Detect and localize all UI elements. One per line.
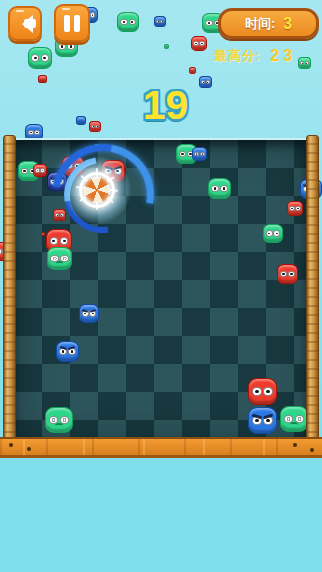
jelly-blue[interactable] bbox=[79, 304, 99, 323]
back-button[interactable] bbox=[8, 6, 42, 41]
high-score-value: 23 bbox=[270, 47, 296, 65]
jelly-red[interactable] bbox=[33, 164, 47, 177]
nail bbox=[9, 443, 13, 447]
jelly-green[interactable] bbox=[94, 144, 100, 150]
nail bbox=[310, 448, 314, 452]
jelly-green[interactable] bbox=[263, 224, 283, 243]
time-panel: 时间: 3 bbox=[218, 8, 319, 39]
pause-icon bbox=[64, 15, 80, 32]
jelly-green[interactable] bbox=[280, 406, 308, 432]
jelly-green[interactable] bbox=[208, 178, 231, 199]
pause-button[interactable] bbox=[54, 4, 90, 42]
jelly-red[interactable] bbox=[248, 378, 277, 405]
nail bbox=[293, 443, 297, 447]
jelly-red[interactable] bbox=[287, 201, 303, 216]
jelly-navy[interactable] bbox=[47, 172, 67, 191]
high-score-panel: 最高分: 23 bbox=[214, 47, 314, 65]
jelly-blue[interactable] bbox=[248, 407, 277, 434]
jelly-green[interactable] bbox=[45, 407, 73, 433]
wood-post-left bbox=[3, 135, 16, 452]
jelly-blue[interactable] bbox=[56, 341, 79, 362]
jelly-red[interactable] bbox=[277, 264, 298, 284]
time-label: 时间: bbox=[245, 15, 275, 33]
nail bbox=[27, 447, 31, 451]
time-value: 3 bbox=[283, 15, 292, 33]
jelly-red[interactable] bbox=[53, 209, 66, 221]
jelly-green[interactable] bbox=[47, 247, 72, 270]
jelly-red[interactable] bbox=[101, 160, 125, 182]
jelly-red[interactable] bbox=[41, 232, 45, 236]
jelly-blue[interactable] bbox=[192, 147, 207, 161]
high-score-label: 最高分: bbox=[214, 47, 261, 65]
arrow-left-icon bbox=[24, 19, 36, 28]
wood-post-right bbox=[306, 135, 319, 452]
score-value: 19 bbox=[118, 82, 213, 129]
game-screen: 时间: 3 最高分: 23 19 bbox=[0, 0, 322, 572]
wood-plank-bottom bbox=[0, 437, 322, 458]
